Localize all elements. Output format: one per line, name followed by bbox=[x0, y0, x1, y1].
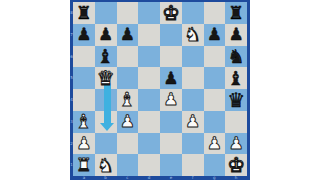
piece-white-pawn-f3[interactable]: ♟ bbox=[182, 111, 204, 133]
piece-white-pawn-a2[interactable]: ♟ bbox=[73, 133, 95, 155]
square-c8[interactable] bbox=[117, 2, 139, 24]
square-e7[interactable] bbox=[160, 24, 182, 46]
piece-white-rook-a1[interactable]: ♜ bbox=[73, 154, 95, 176]
piece-black-knight-h6[interactable]: ♞ bbox=[225, 46, 247, 68]
square-g6[interactable] bbox=[204, 46, 226, 68]
square-d8[interactable] bbox=[138, 2, 160, 24]
file-label-g: g bbox=[204, 176, 226, 180]
piece-black-king-e8[interactable]: ♚ bbox=[160, 2, 182, 24]
square-b2[interactable] bbox=[95, 133, 117, 155]
square-d4[interactable] bbox=[138, 89, 160, 111]
file-label-f: f bbox=[182, 176, 204, 180]
square-e2[interactable] bbox=[160, 133, 182, 155]
rank-label-4: 4 bbox=[70, 89, 73, 111]
piece-white-queen-b5[interactable]: ♛ bbox=[95, 67, 117, 89]
square-a4[interactable] bbox=[73, 89, 95, 111]
square-f6[interactable] bbox=[182, 46, 204, 68]
piece-white-pawn-c3[interactable]: ♟ bbox=[117, 111, 139, 133]
file-label-e: e bbox=[160, 176, 182, 180]
file-label-d: d bbox=[138, 176, 160, 180]
square-a5[interactable] bbox=[73, 67, 95, 89]
square-c2[interactable] bbox=[117, 133, 139, 155]
piece-white-knight-b1[interactable]: ♞ bbox=[95, 154, 117, 176]
rank-label-5: 5 bbox=[70, 67, 73, 89]
square-d6[interactable] bbox=[138, 46, 160, 68]
move-arrow-tip bbox=[100, 123, 114, 131]
file-labels: abcdefgh bbox=[73, 176, 247, 180]
piece-white-bishop-a3[interactable]: ♝ bbox=[73, 111, 95, 133]
piece-black-bishop-b6[interactable]: ♝ bbox=[95, 46, 117, 68]
square-a6[interactable] bbox=[73, 46, 95, 68]
square-h3[interactable] bbox=[225, 111, 247, 133]
piece-white-pawn-e4[interactable]: ♟ bbox=[160, 89, 182, 111]
square-g3[interactable] bbox=[204, 111, 226, 133]
square-c5[interactable] bbox=[117, 67, 139, 89]
square-g5[interactable] bbox=[204, 67, 226, 89]
piece-black-pawn-b7[interactable]: ♟ bbox=[95, 24, 117, 46]
piece-black-pawn-g7[interactable]: ♟ bbox=[204, 24, 226, 46]
square-b8[interactable] bbox=[95, 2, 117, 24]
piece-white-pawn-h2[interactable]: ♟ bbox=[225, 133, 247, 155]
square-e3[interactable] bbox=[160, 111, 182, 133]
square-g4[interactable] bbox=[204, 89, 226, 111]
chess-board: 87654321 abcdefgh ♜♚♜♟♟♟♞♟♟♝♞♛♟♝♝♟♛♝♟♟♟♟… bbox=[70, 0, 250, 180]
square-e1[interactable] bbox=[160, 154, 182, 176]
piece-white-knight-f7[interactable]: ♞ bbox=[182, 24, 204, 46]
square-d3[interactable] bbox=[138, 111, 160, 133]
piece-black-pawn-c7[interactable]: ♟ bbox=[117, 24, 139, 46]
piece-black-pawn-a7[interactable]: ♟ bbox=[73, 24, 95, 46]
page: 87654321 abcdefgh ♜♚♜♟♟♟♞♟♟♝♞♛♟♝♝♟♛♝♟♟♟♟… bbox=[0, 0, 320, 180]
square-f8[interactable] bbox=[182, 2, 204, 24]
square-e6[interactable] bbox=[160, 46, 182, 68]
file-label-c: c bbox=[117, 176, 139, 180]
square-f5[interactable] bbox=[182, 67, 204, 89]
square-d2[interactable] bbox=[138, 133, 160, 155]
rank-label-6: 6 bbox=[70, 46, 73, 68]
square-d5[interactable] bbox=[138, 67, 160, 89]
square-d7[interactable] bbox=[138, 24, 160, 46]
square-g8[interactable] bbox=[204, 2, 226, 24]
square-f1[interactable] bbox=[182, 154, 204, 176]
piece-white-bishop-c4[interactable]: ♝ bbox=[117, 89, 139, 111]
piece-black-rook-h8[interactable]: ♜ bbox=[225, 2, 247, 24]
square-f2[interactable] bbox=[182, 133, 204, 155]
piece-black-pawn-h7[interactable]: ♟ bbox=[225, 24, 247, 46]
board-grid: ♜♚♜♟♟♟♞♟♟♝♞♛♟♝♝♟♛♝♟♟♟♟♟♜♞♚ bbox=[73, 2, 247, 176]
square-d1[interactable] bbox=[138, 154, 160, 176]
file-label-b: b bbox=[95, 176, 117, 180]
square-f4[interactable] bbox=[182, 89, 204, 111]
piece-black-pawn-e5[interactable]: ♟ bbox=[160, 67, 182, 89]
file-label-a: a bbox=[73, 176, 95, 180]
square-g1[interactable] bbox=[204, 154, 226, 176]
piece-white-king-h1[interactable]: ♚ bbox=[225, 154, 247, 176]
piece-black-rook-a8[interactable]: ♜ bbox=[73, 2, 95, 24]
square-c1[interactable] bbox=[117, 154, 139, 176]
square-c6[interactable] bbox=[117, 46, 139, 68]
piece-black-bishop-h5[interactable]: ♝ bbox=[225, 67, 247, 89]
piece-black-queen-h4[interactable]: ♛ bbox=[225, 89, 247, 111]
piece-white-pawn-g2[interactable]: ♟ bbox=[204, 133, 226, 155]
